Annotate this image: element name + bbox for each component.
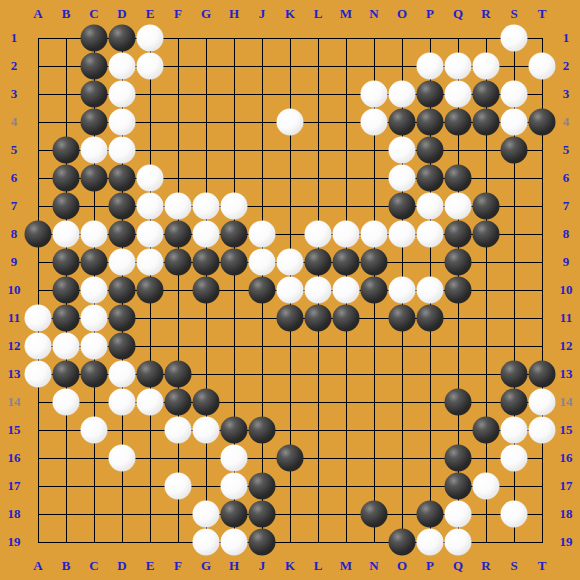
black-stone-G10[interactable] — [193, 277, 220, 304]
white-stone-G19[interactable] — [193, 529, 220, 556]
white-stone-H19[interactable] — [221, 529, 248, 556]
empty-point-C18[interactable] — [80, 500, 108, 528]
empty-point-Q5[interactable] — [444, 136, 472, 164]
black-stone-N9[interactable] — [361, 249, 388, 276]
empty-point-T7[interactable] — [528, 192, 556, 220]
empty-point-F1[interactable] — [164, 24, 192, 52]
black-stone-P4[interactable] — [417, 109, 444, 136]
empty-point-C7[interactable] — [80, 192, 108, 220]
black-stone-D11[interactable] — [109, 305, 136, 332]
empty-point-M16[interactable] — [332, 444, 360, 472]
empty-point-L4[interactable] — [304, 108, 332, 136]
empty-point-R9[interactable] — [472, 248, 500, 276]
white-stone-Q18[interactable] — [445, 501, 472, 528]
empty-point-H13[interactable] — [220, 360, 248, 388]
empty-point-O2[interactable] — [388, 52, 416, 80]
empty-point-K1[interactable] — [276, 24, 304, 52]
empty-point-P15[interactable] — [416, 416, 444, 444]
black-stone-L11[interactable] — [305, 305, 332, 332]
white-stone-P7[interactable] — [417, 193, 444, 220]
white-stone-C15[interactable] — [81, 417, 108, 444]
empty-point-L17[interactable] — [304, 472, 332, 500]
empty-point-M2[interactable] — [332, 52, 360, 80]
black-stone-N18[interactable] — [361, 501, 388, 528]
white-stone-Q2[interactable] — [445, 53, 472, 80]
black-stone-C2[interactable] — [81, 53, 108, 80]
white-stone-T14[interactable] — [529, 389, 556, 416]
empty-point-K14[interactable] — [276, 388, 304, 416]
empty-point-O15[interactable] — [388, 416, 416, 444]
black-stone-N10[interactable] — [361, 277, 388, 304]
empty-point-A2[interactable] — [24, 52, 52, 80]
white-stone-A12[interactable] — [25, 333, 52, 360]
empty-point-T18[interactable] — [528, 500, 556, 528]
empty-point-R6[interactable] — [472, 164, 500, 192]
white-stone-C10[interactable] — [81, 277, 108, 304]
empty-point-A6[interactable] — [24, 164, 52, 192]
black-stone-S13[interactable] — [501, 361, 528, 388]
empty-point-K13[interactable] — [276, 360, 304, 388]
black-stone-P5[interactable] — [417, 137, 444, 164]
empty-point-M6[interactable] — [332, 164, 360, 192]
black-stone-Q16[interactable] — [445, 445, 472, 472]
empty-point-P17[interactable] — [416, 472, 444, 500]
white-stone-C11[interactable] — [81, 305, 108, 332]
empty-point-H14[interactable] — [220, 388, 248, 416]
empty-point-R19[interactable] — [472, 528, 500, 556]
empty-point-B17[interactable] — [52, 472, 80, 500]
black-stone-B11[interactable] — [53, 305, 80, 332]
empty-point-K8[interactable] — [276, 220, 304, 248]
white-stone-D3[interactable] — [109, 81, 136, 108]
empty-point-Q13[interactable] — [444, 360, 472, 388]
empty-point-M12[interactable] — [332, 332, 360, 360]
empty-point-M5[interactable] — [332, 136, 360, 164]
empty-point-D15[interactable] — [108, 416, 136, 444]
black-stone-P3[interactable] — [417, 81, 444, 108]
white-stone-R2[interactable] — [473, 53, 500, 80]
empty-point-N17[interactable] — [360, 472, 388, 500]
black-stone-P11[interactable] — [417, 305, 444, 332]
black-stone-C3[interactable] — [81, 81, 108, 108]
white-stone-N8[interactable] — [361, 221, 388, 248]
black-stone-O11[interactable] — [389, 305, 416, 332]
empty-point-L6[interactable] — [304, 164, 332, 192]
empty-point-C17[interactable] — [80, 472, 108, 500]
white-stone-N4[interactable] — [361, 109, 388, 136]
white-stone-N3[interactable] — [361, 81, 388, 108]
empty-point-J1[interactable] — [248, 24, 276, 52]
white-stone-O3[interactable] — [389, 81, 416, 108]
empty-point-N19[interactable] — [360, 528, 388, 556]
white-stone-F7[interactable] — [165, 193, 192, 220]
empty-point-S9[interactable] — [500, 248, 528, 276]
empty-point-L16[interactable] — [304, 444, 332, 472]
empty-point-S7[interactable] — [500, 192, 528, 220]
empty-point-L13[interactable] — [304, 360, 332, 388]
black-stone-L9[interactable] — [305, 249, 332, 276]
empty-point-A5[interactable] — [24, 136, 52, 164]
white-stone-D13[interactable] — [109, 361, 136, 388]
empty-point-B15[interactable] — [52, 416, 80, 444]
black-stone-G9[interactable] — [193, 249, 220, 276]
empty-point-F2[interactable] — [164, 52, 192, 80]
white-stone-G8[interactable] — [193, 221, 220, 248]
black-stone-B7[interactable] — [53, 193, 80, 220]
white-stone-O8[interactable] — [389, 221, 416, 248]
empty-point-R1[interactable] — [472, 24, 500, 52]
black-stone-Q8[interactable] — [445, 221, 472, 248]
black-stone-C4[interactable] — [81, 109, 108, 136]
empty-point-A9[interactable] — [24, 248, 52, 276]
empty-point-B18[interactable] — [52, 500, 80, 528]
empty-point-M19[interactable] — [332, 528, 360, 556]
white-stone-C8[interactable] — [81, 221, 108, 248]
empty-point-M14[interactable] — [332, 388, 360, 416]
empty-point-N16[interactable] — [360, 444, 388, 472]
empty-point-R14[interactable] — [472, 388, 500, 416]
black-stone-C9[interactable] — [81, 249, 108, 276]
empty-point-F4[interactable] — [164, 108, 192, 136]
black-stone-B10[interactable] — [53, 277, 80, 304]
black-stone-T13[interactable] — [529, 361, 556, 388]
white-stone-S18[interactable] — [501, 501, 528, 528]
empty-point-K17[interactable] — [276, 472, 304, 500]
black-stone-G14[interactable] — [193, 389, 220, 416]
empty-point-E19[interactable] — [136, 528, 164, 556]
black-stone-C6[interactable] — [81, 165, 108, 192]
white-stone-D9[interactable] — [109, 249, 136, 276]
black-stone-J19[interactable] — [249, 529, 276, 556]
empty-point-K7[interactable] — [276, 192, 304, 220]
empty-point-S10[interactable] — [500, 276, 528, 304]
empty-point-A3[interactable] — [24, 80, 52, 108]
empty-point-S2[interactable] — [500, 52, 528, 80]
empty-point-S6[interactable] — [500, 164, 528, 192]
black-stone-Q6[interactable] — [445, 165, 472, 192]
empty-point-E3[interactable] — [136, 80, 164, 108]
black-stone-M9[interactable] — [333, 249, 360, 276]
empty-point-S17[interactable] — [500, 472, 528, 500]
empty-point-E17[interactable] — [136, 472, 164, 500]
empty-point-A7[interactable] — [24, 192, 52, 220]
empty-point-R5[interactable] — [472, 136, 500, 164]
white-stone-O10[interactable] — [389, 277, 416, 304]
white-stone-E1[interactable] — [137, 25, 164, 52]
black-stone-F8[interactable] — [165, 221, 192, 248]
empty-point-J7[interactable] — [248, 192, 276, 220]
empty-point-D18[interactable] — [108, 500, 136, 528]
black-stone-D7[interactable] — [109, 193, 136, 220]
empty-point-H1[interactable] — [220, 24, 248, 52]
empty-point-A15[interactable] — [24, 416, 52, 444]
white-stone-P10[interactable] — [417, 277, 444, 304]
empty-point-R18[interactable] — [472, 500, 500, 528]
black-stone-J15[interactable] — [249, 417, 276, 444]
white-stone-T2[interactable] — [529, 53, 556, 80]
white-stone-F17[interactable] — [165, 473, 192, 500]
black-stone-E10[interactable] — [137, 277, 164, 304]
white-stone-F15[interactable] — [165, 417, 192, 444]
black-stone-O19[interactable] — [389, 529, 416, 556]
empty-point-A1[interactable] — [24, 24, 52, 52]
empty-point-G5[interactable] — [192, 136, 220, 164]
empty-point-O16[interactable] — [388, 444, 416, 472]
empty-point-H3[interactable] — [220, 80, 248, 108]
empty-point-M17[interactable] — [332, 472, 360, 500]
empty-point-N11[interactable] — [360, 304, 388, 332]
empty-point-A18[interactable] — [24, 500, 52, 528]
empty-point-T16[interactable] — [528, 444, 556, 472]
black-stone-O7[interactable] — [389, 193, 416, 220]
empty-point-S11[interactable] — [500, 304, 528, 332]
empty-point-J14[interactable] — [248, 388, 276, 416]
black-stone-M11[interactable] — [333, 305, 360, 332]
empty-point-F6[interactable] — [164, 164, 192, 192]
black-stone-B9[interactable] — [53, 249, 80, 276]
empty-point-E5[interactable] — [136, 136, 164, 164]
white-stone-Q7[interactable] — [445, 193, 472, 220]
empty-point-P14[interactable] — [416, 388, 444, 416]
black-stone-R4[interactable] — [473, 109, 500, 136]
empty-point-T19[interactable] — [528, 528, 556, 556]
empty-point-A16[interactable] — [24, 444, 52, 472]
empty-point-G1[interactable] — [192, 24, 220, 52]
empty-point-K3[interactable] — [276, 80, 304, 108]
empty-point-R10[interactable] — [472, 276, 500, 304]
white-stone-E9[interactable] — [137, 249, 164, 276]
black-stone-H18[interactable] — [221, 501, 248, 528]
empty-point-G2[interactable] — [192, 52, 220, 80]
empty-point-T12[interactable] — [528, 332, 556, 360]
empty-point-J2[interactable] — [248, 52, 276, 80]
black-stone-D8[interactable] — [109, 221, 136, 248]
empty-point-O14[interactable] — [388, 388, 416, 416]
white-stone-E2[interactable] — [137, 53, 164, 80]
black-stone-R7[interactable] — [473, 193, 500, 220]
black-stone-F9[interactable] — [165, 249, 192, 276]
empty-point-O18[interactable] — [388, 500, 416, 528]
empty-point-P1[interactable] — [416, 24, 444, 52]
empty-point-M13[interactable] — [332, 360, 360, 388]
white-stone-G18[interactable] — [193, 501, 220, 528]
empty-point-E15[interactable] — [136, 416, 164, 444]
white-stone-O5[interactable] — [389, 137, 416, 164]
empty-point-T8[interactable] — [528, 220, 556, 248]
empty-point-D17[interactable] — [108, 472, 136, 500]
empty-point-A10[interactable] — [24, 276, 52, 304]
black-stone-R8[interactable] — [473, 221, 500, 248]
white-stone-H17[interactable] — [221, 473, 248, 500]
empty-point-K2[interactable] — [276, 52, 304, 80]
empty-point-J6[interactable] — [248, 164, 276, 192]
black-stone-Q14[interactable] — [445, 389, 472, 416]
empty-point-G16[interactable] — [192, 444, 220, 472]
black-stone-B13[interactable] — [53, 361, 80, 388]
white-stone-G7[interactable] — [193, 193, 220, 220]
empty-point-C16[interactable] — [80, 444, 108, 472]
white-stone-L10[interactable] — [305, 277, 332, 304]
white-stone-A13[interactable] — [25, 361, 52, 388]
empty-point-B16[interactable] — [52, 444, 80, 472]
white-stone-K10[interactable] — [277, 277, 304, 304]
empty-point-J3[interactable] — [248, 80, 276, 108]
empty-point-J4[interactable] — [248, 108, 276, 136]
empty-point-T17[interactable] — [528, 472, 556, 500]
empty-point-E12[interactable] — [136, 332, 164, 360]
empty-point-N1[interactable] — [360, 24, 388, 52]
empty-point-T1[interactable] — [528, 24, 556, 52]
empty-point-O9[interactable] — [388, 248, 416, 276]
white-stone-L8[interactable] — [305, 221, 332, 248]
white-stone-G15[interactable] — [193, 417, 220, 444]
empty-point-F18[interactable] — [164, 500, 192, 528]
empty-point-Q15[interactable] — [444, 416, 472, 444]
black-stone-A8[interactable] — [25, 221, 52, 248]
empty-point-F16[interactable] — [164, 444, 192, 472]
black-stone-O4[interactable] — [389, 109, 416, 136]
black-stone-H15[interactable] — [221, 417, 248, 444]
empty-point-F5[interactable] — [164, 136, 192, 164]
empty-point-O13[interactable] — [388, 360, 416, 388]
empty-point-N15[interactable] — [360, 416, 388, 444]
black-stone-S14[interactable] — [501, 389, 528, 416]
white-stone-S3[interactable] — [501, 81, 528, 108]
black-stone-R15[interactable] — [473, 417, 500, 444]
black-stone-J17[interactable] — [249, 473, 276, 500]
empty-point-G11[interactable] — [192, 304, 220, 332]
empty-point-T3[interactable] — [528, 80, 556, 108]
empty-point-G13[interactable] — [192, 360, 220, 388]
empty-point-M3[interactable] — [332, 80, 360, 108]
white-stone-B12[interactable] — [53, 333, 80, 360]
white-stone-R17[interactable] — [473, 473, 500, 500]
white-stone-B8[interactable] — [53, 221, 80, 248]
white-stone-E14[interactable] — [137, 389, 164, 416]
black-stone-R3[interactable] — [473, 81, 500, 108]
black-stone-P6[interactable] — [417, 165, 444, 192]
white-stone-C5[interactable] — [81, 137, 108, 164]
white-stone-O6[interactable] — [389, 165, 416, 192]
empty-point-L12[interactable] — [304, 332, 332, 360]
empty-point-N7[interactable] — [360, 192, 388, 220]
empty-point-B2[interactable] — [52, 52, 80, 80]
empty-point-P13[interactable] — [416, 360, 444, 388]
empty-point-T10[interactable] — [528, 276, 556, 304]
empty-point-J12[interactable] — [248, 332, 276, 360]
empty-point-H6[interactable] — [220, 164, 248, 192]
empty-point-H5[interactable] — [220, 136, 248, 164]
black-stone-K11[interactable] — [277, 305, 304, 332]
empty-point-J5[interactable] — [248, 136, 276, 164]
empty-point-L1[interactable] — [304, 24, 332, 52]
empty-point-B3[interactable] — [52, 80, 80, 108]
empty-point-K18[interactable] — [276, 500, 304, 528]
empty-point-O17[interactable] — [388, 472, 416, 500]
empty-point-L5[interactable] — [304, 136, 332, 164]
empty-point-J16[interactable] — [248, 444, 276, 472]
empty-point-R13[interactable] — [472, 360, 500, 388]
white-stone-A11[interactable] — [25, 305, 52, 332]
black-stone-C13[interactable] — [81, 361, 108, 388]
empty-point-C19[interactable] — [80, 528, 108, 556]
empty-point-R12[interactable] — [472, 332, 500, 360]
empty-point-Q11[interactable] — [444, 304, 472, 332]
empty-point-J11[interactable] — [248, 304, 276, 332]
empty-point-L2[interactable] — [304, 52, 332, 80]
empty-point-N13[interactable] — [360, 360, 388, 388]
empty-point-E16[interactable] — [136, 444, 164, 472]
white-stone-B14[interactable] — [53, 389, 80, 416]
empty-point-B4[interactable] — [52, 108, 80, 136]
empty-point-A17[interactable] — [24, 472, 52, 500]
black-stone-F13[interactable] — [165, 361, 192, 388]
empty-point-H12[interactable] — [220, 332, 248, 360]
empty-point-M18[interactable] — [332, 500, 360, 528]
empty-point-O12[interactable] — [388, 332, 416, 360]
empty-point-G4[interactable] — [192, 108, 220, 136]
black-stone-Q17[interactable] — [445, 473, 472, 500]
empty-point-G12[interactable] — [192, 332, 220, 360]
black-stone-F14[interactable] — [165, 389, 192, 416]
empty-point-K5[interactable] — [276, 136, 304, 164]
white-stone-S1[interactable] — [501, 25, 528, 52]
empty-point-A14[interactable] — [24, 388, 52, 416]
white-stone-K4[interactable] — [277, 109, 304, 136]
white-stone-P19[interactable] — [417, 529, 444, 556]
white-stone-Q19[interactable] — [445, 529, 472, 556]
empty-point-T9[interactable] — [528, 248, 556, 276]
empty-point-L19[interactable] — [304, 528, 332, 556]
black-stone-D6[interactable] — [109, 165, 136, 192]
empty-point-G17[interactable] — [192, 472, 220, 500]
empty-point-F19[interactable] — [164, 528, 192, 556]
black-stone-H9[interactable] — [221, 249, 248, 276]
empty-point-G6[interactable] — [192, 164, 220, 192]
empty-point-T5[interactable] — [528, 136, 556, 164]
black-stone-D1[interactable] — [109, 25, 136, 52]
white-stone-Q3[interactable] — [445, 81, 472, 108]
empty-point-K15[interactable] — [276, 416, 304, 444]
white-stone-P2[interactable] — [417, 53, 444, 80]
black-stone-J18[interactable] — [249, 501, 276, 528]
empty-point-R16[interactable] — [472, 444, 500, 472]
empty-point-N5[interactable] — [360, 136, 388, 164]
white-stone-E6[interactable] — [137, 165, 164, 192]
empty-point-F11[interactable] — [164, 304, 192, 332]
black-stone-S5[interactable] — [501, 137, 528, 164]
empty-point-L14[interactable] — [304, 388, 332, 416]
empty-point-L18[interactable] — [304, 500, 332, 528]
empty-point-F10[interactable] — [164, 276, 192, 304]
black-stone-J10[interactable] — [249, 277, 276, 304]
empty-point-P9[interactable] — [416, 248, 444, 276]
empty-point-T6[interactable] — [528, 164, 556, 192]
empty-point-N6[interactable] — [360, 164, 388, 192]
white-stone-E8[interactable] — [137, 221, 164, 248]
white-stone-E7[interactable] — [137, 193, 164, 220]
empty-point-B19[interactable] — [52, 528, 80, 556]
empty-point-P12[interactable] — [416, 332, 444, 360]
empty-point-S19[interactable] — [500, 528, 528, 556]
empty-point-R11[interactable] — [472, 304, 500, 332]
empty-point-K12[interactable] — [276, 332, 304, 360]
empty-point-S8[interactable] — [500, 220, 528, 248]
black-stone-B6[interactable] — [53, 165, 80, 192]
empty-point-B1[interactable] — [52, 24, 80, 52]
white-stone-D5[interactable] — [109, 137, 136, 164]
empty-point-Q12[interactable] — [444, 332, 472, 360]
